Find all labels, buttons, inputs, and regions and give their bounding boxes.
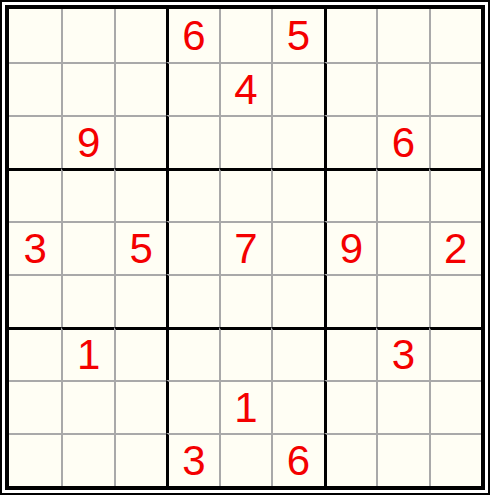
cell-r7c5-empty[interactable] (219, 327, 271, 380)
cell-r2c1-empty[interactable] (9, 62, 61, 115)
cell-r4c9-empty[interactable] (429, 168, 481, 221)
cell-r4c2-empty[interactable] (61, 168, 113, 221)
cell-r5c1-given: 3 (9, 221, 61, 274)
cell-r3c5-empty[interactable] (219, 115, 271, 168)
cell-r1c5-empty[interactable] (219, 9, 271, 62)
cell-r1c7-empty[interactable] (324, 9, 376, 62)
cell-r1c9-empty[interactable] (429, 9, 481, 62)
cell-r4c7-empty[interactable] (324, 168, 376, 221)
cell-r1c1-empty[interactable] (9, 9, 61, 62)
cell-r4c5-empty[interactable] (219, 168, 271, 221)
cell-r1c8-empty[interactable] (376, 9, 428, 62)
cell-r4c8-empty[interactable] (376, 168, 428, 221)
cell-r3c3-empty[interactable] (114, 115, 166, 168)
cell-r7c7-empty[interactable] (324, 327, 376, 380)
cell-r6c5-empty[interactable] (219, 274, 271, 327)
cell-r8c1-empty[interactable] (9, 380, 61, 433)
cell-r9c2-empty[interactable] (61, 433, 113, 486)
cell-r1c6-given: 5 (271, 9, 323, 62)
cell-r7c8-given: 3 (376, 327, 428, 380)
cell-r6c1-empty[interactable] (9, 274, 61, 327)
cell-r3c6-empty[interactable] (271, 115, 323, 168)
cell-r2c4-empty[interactable] (166, 62, 218, 115)
cell-r8c7-empty[interactable] (324, 380, 376, 433)
cell-r4c1-empty[interactable] (9, 168, 61, 221)
cell-r5c3-given: 5 (114, 221, 166, 274)
cell-r3c9-empty[interactable] (429, 115, 481, 168)
cell-r5c9-given: 2 (429, 221, 481, 274)
cell-r6c8-empty[interactable] (376, 274, 428, 327)
cell-r5c4-empty[interactable] (166, 221, 218, 274)
cell-r5c6-empty[interactable] (271, 221, 323, 274)
cell-r6c9-empty[interactable] (429, 274, 481, 327)
cell-r2c6-empty[interactable] (271, 62, 323, 115)
cell-r7c3-empty[interactable] (114, 327, 166, 380)
cell-r2c5-given: 4 (219, 62, 271, 115)
cell-r9c4-given: 3 (166, 433, 218, 486)
cell-r5c8-empty[interactable] (376, 221, 428, 274)
cell-r5c5-given: 7 (219, 221, 271, 274)
cell-r5c2-empty[interactable] (61, 221, 113, 274)
cell-r2c7-empty[interactable] (324, 62, 376, 115)
cell-r4c6-empty[interactable] (271, 168, 323, 221)
cell-r9c8-empty[interactable] (376, 433, 428, 486)
cell-r9c5-empty[interactable] (219, 433, 271, 486)
cell-r6c7-empty[interactable] (324, 274, 376, 327)
cell-r9c3-empty[interactable] (114, 433, 166, 486)
cell-r3c8-given: 6 (376, 115, 428, 168)
cell-r6c6-empty[interactable] (271, 274, 323, 327)
cell-r7c6-empty[interactable] (271, 327, 323, 380)
cell-r8c5-given: 1 (219, 380, 271, 433)
cell-r8c9-empty[interactable] (429, 380, 481, 433)
sudoku-frame: 654963579213136 (0, 0, 490, 495)
cell-r3c1-empty[interactable] (9, 115, 61, 168)
cell-r3c7-empty[interactable] (324, 115, 376, 168)
cell-r7c1-empty[interactable] (9, 327, 61, 380)
cell-r1c4-given: 6 (166, 9, 218, 62)
cell-r2c3-empty[interactable] (114, 62, 166, 115)
cell-r9c1-empty[interactable] (9, 433, 61, 486)
cell-r8c2-empty[interactable] (61, 380, 113, 433)
cell-r2c2-empty[interactable] (61, 62, 113, 115)
cell-r6c3-empty[interactable] (114, 274, 166, 327)
cell-r4c4-empty[interactable] (166, 168, 218, 221)
cell-r7c2-given: 1 (61, 327, 113, 380)
cell-r7c9-empty[interactable] (429, 327, 481, 380)
cell-r9c7-empty[interactable] (324, 433, 376, 486)
cell-r9c6-given: 6 (271, 433, 323, 486)
cell-r6c4-empty[interactable] (166, 274, 218, 327)
cell-r8c3-empty[interactable] (114, 380, 166, 433)
cell-r2c9-empty[interactable] (429, 62, 481, 115)
cell-r8c4-empty[interactable] (166, 380, 218, 433)
cell-r9c9-empty[interactable] (429, 433, 481, 486)
cell-r5c7-given: 9 (324, 221, 376, 274)
cell-r3c4-empty[interactable] (166, 115, 218, 168)
sudoku-board: 654963579213136 (5, 5, 485, 490)
cell-r7c4-empty[interactable] (166, 327, 218, 380)
cell-r2c8-empty[interactable] (376, 62, 428, 115)
cell-r8c8-empty[interactable] (376, 380, 428, 433)
cell-r6c2-empty[interactable] (61, 274, 113, 327)
cell-r4c3-empty[interactable] (114, 168, 166, 221)
cell-r1c2-empty[interactable] (61, 9, 113, 62)
cell-r1c3-empty[interactable] (114, 9, 166, 62)
cell-r8c6-empty[interactable] (271, 380, 323, 433)
cell-r3c2-given: 9 (61, 115, 113, 168)
